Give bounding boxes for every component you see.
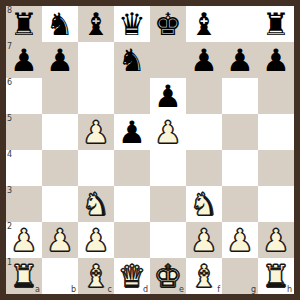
piece-white-knight[interactable]: ♞ xyxy=(186,186,222,222)
rank-label-6: 6 xyxy=(7,78,12,87)
square-a5[interactable]: 5 xyxy=(6,114,42,150)
piece-black-pawn[interactable]: ♟ xyxy=(222,42,258,78)
piece-black-knight[interactable]: ♞ xyxy=(42,6,78,42)
piece-white-pawn[interactable]: ♟ xyxy=(78,222,114,258)
rank-label-8: 8 xyxy=(7,6,12,15)
square-h2[interactable]: ♟ xyxy=(258,222,294,258)
square-g5[interactable] xyxy=(222,114,258,150)
square-b8[interactable]: ♞ xyxy=(42,6,78,42)
rank-label-4: 4 xyxy=(7,150,12,159)
square-a6[interactable]: 6 xyxy=(6,78,42,114)
rank-label-3: 3 xyxy=(7,186,12,195)
square-b3[interactable] xyxy=(42,186,78,222)
square-c3[interactable]: ♞ xyxy=(78,186,114,222)
piece-white-pawn[interactable]: ♟ xyxy=(150,114,186,150)
square-e3[interactable] xyxy=(150,186,186,222)
board-grid: ♜8♞♝♛♚♝♜♟7♟♞♟♟♟6♟5♟♟♟43♞♞♟2♟♟♟♟♟♜1ab♝c♛d… xyxy=(0,0,300,300)
square-h6[interactable] xyxy=(258,78,294,114)
piece-white-pawn[interactable]: ♟ xyxy=(42,222,78,258)
square-c1[interactable]: ♝c xyxy=(78,258,114,294)
square-h5[interactable] xyxy=(258,114,294,150)
piece-black-bishop[interactable]: ♝ xyxy=(186,6,222,42)
piece-black-queen[interactable]: ♛ xyxy=(114,6,150,42)
square-b4[interactable] xyxy=(42,150,78,186)
square-g3[interactable] xyxy=(222,186,258,222)
square-e8[interactable]: ♚ xyxy=(150,6,186,42)
square-c8[interactable]: ♝ xyxy=(78,6,114,42)
square-h8[interactable]: ♜ xyxy=(258,6,294,42)
file-label-e: e xyxy=(179,285,184,294)
piece-black-bishop[interactable]: ♝ xyxy=(78,6,114,42)
piece-black-pawn[interactable]: ♟ xyxy=(258,42,294,78)
piece-black-pawn[interactable]: ♟ xyxy=(42,42,78,78)
square-f7[interactable]: ♟ xyxy=(186,42,222,78)
square-g4[interactable] xyxy=(222,150,258,186)
rank-label-1: 1 xyxy=(7,258,12,267)
square-d8[interactable]: ♛ xyxy=(114,6,150,42)
square-c2[interactable]: ♟ xyxy=(78,222,114,258)
square-e4[interactable] xyxy=(150,150,186,186)
square-b2[interactable]: ♟ xyxy=(42,222,78,258)
piece-black-rook[interactable]: ♜ xyxy=(258,6,294,42)
square-c7[interactable] xyxy=(78,42,114,78)
square-a3[interactable]: 3 xyxy=(6,186,42,222)
rank-label-2: 2 xyxy=(7,222,12,231)
file-label-c: c xyxy=(108,285,112,294)
square-g7[interactable]: ♟ xyxy=(222,42,258,78)
piece-white-knight[interactable]: ♞ xyxy=(78,186,114,222)
square-c5[interactable]: ♟ xyxy=(78,114,114,150)
square-a4[interactable]: 4 xyxy=(6,150,42,186)
piece-white-pawn[interactable]: ♟ xyxy=(222,222,258,258)
square-e1[interactable]: ♚e xyxy=(150,258,186,294)
piece-white-pawn[interactable]: ♟ xyxy=(78,114,114,150)
chess-board: ♜8♞♝♛♚♝♜♟7♟♞♟♟♟6♟5♟♟♟43♞♞♟2♟♟♟♟♟♜1ab♝c♛d… xyxy=(0,0,300,300)
square-e7[interactable] xyxy=(150,42,186,78)
square-f3[interactable]: ♞ xyxy=(186,186,222,222)
file-label-d: d xyxy=(143,285,148,294)
square-b1[interactable]: b xyxy=(42,258,78,294)
square-e2[interactable] xyxy=(150,222,186,258)
square-c4[interactable] xyxy=(78,150,114,186)
square-h1[interactable]: ♜h xyxy=(258,258,294,294)
square-h3[interactable] xyxy=(258,186,294,222)
square-b7[interactable]: ♟ xyxy=(42,42,78,78)
square-g8[interactable] xyxy=(222,6,258,42)
piece-black-pawn[interactable]: ♟ xyxy=(114,114,150,150)
rank-label-7: 7 xyxy=(7,42,12,51)
square-a8[interactable]: ♜8 xyxy=(6,6,42,42)
square-d3[interactable] xyxy=(114,186,150,222)
square-f5[interactable] xyxy=(186,114,222,150)
square-f6[interactable] xyxy=(186,78,222,114)
rank-label-5: 5 xyxy=(7,114,12,123)
file-label-a: a xyxy=(35,285,40,294)
file-label-b: b xyxy=(71,285,76,294)
piece-black-king[interactable]: ♚ xyxy=(150,6,186,42)
square-d5[interactable]: ♟ xyxy=(114,114,150,150)
square-f4[interactable] xyxy=(186,150,222,186)
file-label-f: f xyxy=(217,285,220,294)
square-f1[interactable]: ♝f xyxy=(186,258,222,294)
file-label-g: g xyxy=(251,285,256,294)
square-e6[interactable]: ♟ xyxy=(150,78,186,114)
square-b6[interactable] xyxy=(42,78,78,114)
piece-black-pawn[interactable]: ♟ xyxy=(186,42,222,78)
piece-white-pawn[interactable]: ♟ xyxy=(186,222,222,258)
square-g2[interactable]: ♟ xyxy=(222,222,258,258)
square-g1[interactable]: g xyxy=(222,258,258,294)
square-d4[interactable] xyxy=(114,150,150,186)
square-d1[interactable]: ♛d xyxy=(114,258,150,294)
square-f8[interactable]: ♝ xyxy=(186,6,222,42)
square-d2[interactable] xyxy=(114,222,150,258)
piece-black-knight[interactable]: ♞ xyxy=(114,42,150,78)
square-g6[interactable] xyxy=(222,78,258,114)
square-a2[interactable]: ♟2 xyxy=(6,222,42,258)
square-c6[interactable] xyxy=(78,78,114,114)
square-f2[interactable]: ♟ xyxy=(186,222,222,258)
square-a7[interactable]: ♟7 xyxy=(6,42,42,78)
square-d6[interactable] xyxy=(114,78,150,114)
square-d7[interactable]: ♞ xyxy=(114,42,150,78)
square-h4[interactable] xyxy=(258,150,294,186)
piece-black-pawn[interactable]: ♟ xyxy=(150,78,186,114)
square-b5[interactable] xyxy=(42,114,78,150)
piece-white-pawn[interactable]: ♟ xyxy=(258,222,294,258)
square-a1[interactable]: ♜1a xyxy=(6,258,42,294)
file-label-h: h xyxy=(287,285,292,294)
square-h7[interactable]: ♟ xyxy=(258,42,294,78)
square-e5[interactable]: ♟ xyxy=(150,114,186,150)
